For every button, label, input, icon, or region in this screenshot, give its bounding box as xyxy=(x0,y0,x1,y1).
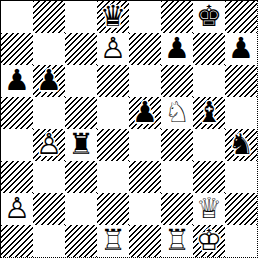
square-a5[interactable] xyxy=(1,97,33,129)
square-b8[interactable] xyxy=(33,1,65,33)
piece-glyph: ♙ xyxy=(33,129,65,161)
piece-glyph: ♖ xyxy=(161,225,193,257)
square-a7[interactable] xyxy=(1,33,33,65)
square-c1[interactable] xyxy=(65,225,97,257)
square-f2[interactable] xyxy=(161,193,193,225)
square-h6[interactable] xyxy=(225,65,257,97)
square-d1[interactable]: ♜♖ xyxy=(97,225,129,257)
square-c3[interactable] xyxy=(65,161,97,193)
piece-glyph: ♖ xyxy=(97,225,129,257)
white-rook-d1[interactable]: ♜♖ xyxy=(97,225,129,257)
chess-diagram: ♛♛♚♚♟♙♟♟♟♟♟♟♟♟♟♟♞♘♝♝♟♙♜♜♞♞♟♙♛♕♜♖♜♖♚♔ xyxy=(0,0,258,258)
piece-glyph: ♕ xyxy=(193,193,225,225)
piece-glyph: ♛ xyxy=(97,1,129,33)
square-c7[interactable] xyxy=(65,33,97,65)
piece-glyph: ♚ xyxy=(193,1,225,33)
square-g3[interactable] xyxy=(193,161,225,193)
square-h5[interactable] xyxy=(225,97,257,129)
piece-glyph: ♔ xyxy=(193,225,225,257)
square-e6[interactable] xyxy=(129,65,161,97)
square-c6[interactable] xyxy=(65,65,97,97)
square-d4[interactable] xyxy=(97,129,129,161)
square-c8[interactable] xyxy=(65,1,97,33)
square-g5[interactable]: ♝♝ xyxy=(193,97,225,129)
white-rook-f1[interactable]: ♜♖ xyxy=(161,225,193,257)
square-f5[interactable]: ♞♘ xyxy=(161,97,193,129)
board-frame: ♛♛♚♚♟♙♟♟♟♟♟♟♟♟♟♟♞♘♝♝♟♙♜♜♞♞♟♙♛♕♜♖♜♖♚♔ xyxy=(0,0,258,258)
black-knight-h4[interactable]: ♞♞ xyxy=(225,129,257,161)
black-pawn-a6[interactable]: ♟♟ xyxy=(1,65,33,97)
black-pawn-b6[interactable]: ♟♟ xyxy=(33,65,65,97)
black-bishop-g5[interactable]: ♝♝ xyxy=(193,97,225,129)
square-b6[interactable]: ♟♟ xyxy=(33,65,65,97)
square-e7[interactable] xyxy=(129,33,161,65)
square-e5[interactable]: ♟♟ xyxy=(129,97,161,129)
square-d2[interactable] xyxy=(97,193,129,225)
black-king-g8[interactable]: ♚♚ xyxy=(193,1,225,33)
square-c2[interactable] xyxy=(65,193,97,225)
square-h4[interactable]: ♞♞ xyxy=(225,129,257,161)
white-pawn-d7[interactable]: ♟♙ xyxy=(97,33,129,65)
black-pawn-f7[interactable]: ♟♟ xyxy=(161,33,193,65)
piece-glyph: ♟ xyxy=(1,65,33,97)
square-d5[interactable] xyxy=(97,97,129,129)
piece-glyph: ♙ xyxy=(97,33,129,65)
square-h2[interactable] xyxy=(225,193,257,225)
square-b7[interactable] xyxy=(33,33,65,65)
square-a4[interactable] xyxy=(1,129,33,161)
square-e2[interactable] xyxy=(129,193,161,225)
square-a6[interactable]: ♟♟ xyxy=(1,65,33,97)
square-d7[interactable]: ♟♙ xyxy=(97,33,129,65)
square-a1[interactable] xyxy=(1,225,33,257)
square-h8[interactable] xyxy=(225,1,257,33)
piece-glyph: ♟ xyxy=(33,65,65,97)
square-g8[interactable]: ♚♚ xyxy=(193,1,225,33)
black-pawn-h7[interactable]: ♟♟ xyxy=(225,33,257,65)
black-rook-c4[interactable]: ♜♜ xyxy=(65,129,97,161)
piece-glyph: ♘ xyxy=(161,97,193,129)
square-a2[interactable]: ♟♙ xyxy=(1,193,33,225)
square-d3[interactable] xyxy=(97,161,129,193)
square-e4[interactable] xyxy=(129,129,161,161)
white-king-g1[interactable]: ♚♔ xyxy=(193,225,225,257)
white-pawn-b4[interactable]: ♟♙ xyxy=(33,129,65,161)
piece-glyph: ♙ xyxy=(1,193,33,225)
square-e8[interactable] xyxy=(129,1,161,33)
piece-glyph: ♟ xyxy=(129,97,161,129)
square-h1[interactable] xyxy=(225,225,257,257)
white-pawn-a2[interactable]: ♟♙ xyxy=(1,193,33,225)
piece-glyph: ♞ xyxy=(225,129,257,161)
square-b1[interactable] xyxy=(33,225,65,257)
square-f6[interactable] xyxy=(161,65,193,97)
white-knight-f5[interactable]: ♞♘ xyxy=(161,97,193,129)
piece-glyph: ♜ xyxy=(65,129,97,161)
square-g4[interactable] xyxy=(193,129,225,161)
black-pawn-e5[interactable]: ♟♟ xyxy=(129,97,161,129)
chess-board: ♛♛♚♚♟♙♟♟♟♟♟♟♟♟♟♟♞♘♝♝♟♙♜♜♞♞♟♙♛♕♜♖♜♖♚♔ xyxy=(1,1,257,257)
square-d6[interactable] xyxy=(97,65,129,97)
square-b5[interactable] xyxy=(33,97,65,129)
piece-glyph: ♟ xyxy=(225,33,257,65)
white-queen-g2[interactable]: ♛♕ xyxy=(193,193,225,225)
square-b2[interactable] xyxy=(33,193,65,225)
square-h3[interactable] xyxy=(225,161,257,193)
square-f3[interactable] xyxy=(161,161,193,193)
square-a8[interactable] xyxy=(1,1,33,33)
square-c5[interactable] xyxy=(65,97,97,129)
square-h7[interactable]: ♟♟ xyxy=(225,33,257,65)
square-g6[interactable] xyxy=(193,65,225,97)
square-f7[interactable]: ♟♟ xyxy=(161,33,193,65)
square-c4[interactable]: ♜♜ xyxy=(65,129,97,161)
square-g1[interactable]: ♚♔ xyxy=(193,225,225,257)
square-b3[interactable] xyxy=(33,161,65,193)
square-f1[interactable]: ♜♖ xyxy=(161,225,193,257)
square-g7[interactable] xyxy=(193,33,225,65)
square-a3[interactable] xyxy=(1,161,33,193)
black-queen-d8[interactable]: ♛♛ xyxy=(97,1,129,33)
square-e3[interactable] xyxy=(129,161,161,193)
square-e1[interactable] xyxy=(129,225,161,257)
square-g2[interactable]: ♛♕ xyxy=(193,193,225,225)
piece-glyph: ♝ xyxy=(193,97,225,129)
square-f8[interactable] xyxy=(161,1,193,33)
piece-glyph: ♟ xyxy=(161,33,193,65)
square-b4[interactable]: ♟♙ xyxy=(33,129,65,161)
square-f4[interactable] xyxy=(161,129,193,161)
square-d8[interactable]: ♛♛ xyxy=(97,1,129,33)
